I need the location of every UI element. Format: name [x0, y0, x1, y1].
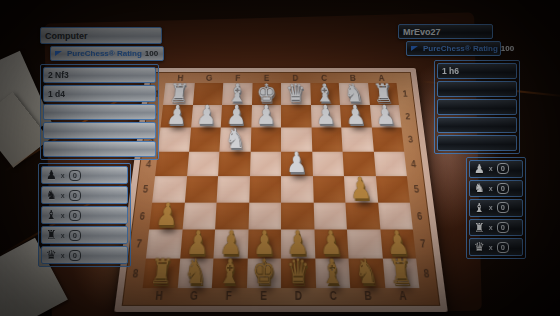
- captured-count: 0: [69, 230, 81, 241]
- file-label: H: [141, 286, 178, 306]
- white-pawn-h2[interactable]: ♟: [165, 102, 188, 128]
- move-entry: [43, 104, 156, 120]
- square-c4[interactable]: [312, 151, 344, 176]
- chess-board: HGFEDCBA1♜♝♚♛♝♞♜12♟♟♟♟♟♟♟23♞34♟45♟56♟67♟…: [132, 28, 430, 316]
- multiply-symbol: x: [489, 165, 493, 172]
- pawn-icon: ♟: [474, 163, 485, 175]
- file-label: A: [385, 286, 422, 306]
- multiply-symbol: x: [489, 185, 493, 192]
- multiply-symbol: x: [489, 204, 493, 211]
- square-f3[interactable]: ♞: [219, 127, 250, 151]
- square-f5[interactable]: [217, 176, 250, 202]
- square-e5[interactable]: [249, 176, 281, 202]
- square-h8[interactable]: ♜: [143, 258, 180, 288]
- multiply-symbol: x: [61, 212, 65, 219]
- multiply-symbol: x: [61, 232, 65, 239]
- multiply-symbol: x: [61, 172, 65, 179]
- move-entry: [437, 117, 517, 133]
- right-captured-tray: ♟x0♞x0♝x0♜x0♛x0: [466, 157, 526, 259]
- right-player-rating-bar: PureChess® Rating 100: [406, 41, 501, 56]
- white-pawn-d4[interactable]: ♟: [286, 148, 308, 176]
- move-text: 1 h6: [442, 66, 459, 76]
- square-c8[interactable]: ♝: [315, 258, 350, 288]
- square-a5[interactable]: [375, 176, 409, 202]
- rook-icon: ♜: [46, 229, 57, 241]
- square-f4[interactable]: [218, 151, 250, 176]
- captured-count: 0: [497, 202, 509, 213]
- knight-icon: ♞: [46, 189, 57, 201]
- black-bishop-c8[interactable]: ♝: [320, 254, 345, 288]
- pawn-icon: ♟: [46, 169, 57, 181]
- captured-pawn-row: ♟x0: [469, 160, 523, 178]
- rook-icon: ♜: [474, 222, 485, 234]
- square-d4[interactable]: ♟: [281, 151, 312, 176]
- square-e8[interactable]: ♚: [246, 258, 281, 288]
- captured-count: 0: [497, 163, 509, 174]
- captured-count: 0: [497, 242, 509, 253]
- white-pawn-e2[interactable]: ♟: [256, 102, 277, 128]
- move-text: 2 Nf3: [48, 70, 69, 80]
- captured-knight-row: ♞x0: [469, 180, 523, 198]
- black-queen-d8[interactable]: ♛: [286, 254, 310, 288]
- file-label: E: [246, 286, 281, 306]
- rating-flag-icon: [411, 46, 418, 51]
- captured-count: 0: [497, 183, 509, 194]
- rating-value: 100: [145, 49, 158, 58]
- black-rook-a8[interactable]: ♜: [387, 254, 414, 288]
- rating-value: 100: [501, 44, 514, 53]
- file-label: B: [350, 286, 386, 306]
- knight-icon: ♞: [474, 182, 485, 194]
- move-entry: [437, 99, 517, 115]
- white-pawn-c2[interactable]: ♟: [315, 102, 336, 128]
- square-g5[interactable]: [184, 176, 218, 202]
- square-h4[interactable]: [155, 151, 189, 176]
- square-b5[interactable]: ♟: [344, 176, 378, 202]
- multiply-symbol: x: [489, 244, 493, 251]
- black-knight-g8[interactable]: ♞: [183, 254, 209, 288]
- frame-corner: [419, 286, 439, 306]
- rating-label: PureChess® Rating: [423, 44, 498, 53]
- square-a8[interactable]: ♜: [382, 258, 419, 288]
- board-apron: HGFEDCBA1♜♝♚♛♝♞♜12♟♟♟♟♟♟♟23♞34♟45♟56♟67♟…: [114, 68, 448, 312]
- captured-count: 0: [69, 170, 81, 181]
- square-h2[interactable]: ♟: [161, 105, 193, 128]
- captured-knight-row: ♞x0: [41, 186, 128, 204]
- square-a4[interactable]: [373, 151, 407, 176]
- move-entry: 1 d4: [43, 85, 156, 101]
- captured-queen-row: ♛x0: [469, 238, 523, 256]
- file-label: F: [211, 286, 247, 306]
- black-pawn-b5[interactable]: ♟: [349, 173, 373, 203]
- square-b8[interactable]: ♞: [349, 258, 385, 288]
- right-player-name-box: MrEvo27: [398, 24, 493, 39]
- move-entry: [437, 135, 517, 151]
- square-e2[interactable]: ♟: [251, 105, 281, 128]
- square-h3[interactable]: [158, 127, 191, 151]
- black-pawn-h6[interactable]: ♟: [154, 199, 179, 230]
- white-pawn-g2[interactable]: ♟: [195, 102, 217, 128]
- move-text: 1 d4: [48, 89, 65, 99]
- square-b2[interactable]: ♟: [340, 105, 371, 128]
- file-label: G: [194, 71, 224, 85]
- move-entry: [43, 122, 156, 138]
- multiply-symbol: x: [61, 252, 65, 259]
- square-a3[interactable]: [371, 127, 404, 151]
- captured-queen-row: ♛x0: [41, 246, 128, 264]
- black-rook-h8[interactable]: ♜: [148, 254, 175, 288]
- square-g2[interactable]: ♟: [191, 105, 222, 128]
- square-a2[interactable]: ♟: [369, 105, 401, 128]
- square-e3[interactable]: [250, 127, 281, 151]
- queen-icon: ♛: [474, 241, 485, 253]
- move-entry: [437, 81, 517, 97]
- captured-pawn-row: ♟x0: [41, 166, 128, 184]
- right-player-name: MrEvo27: [403, 27, 441, 37]
- left-move-list: 2 Nf31 d4: [40, 64, 159, 160]
- rating-label: PureChess® Rating: [67, 49, 142, 58]
- captured-rook-row: ♜x0: [469, 219, 523, 237]
- square-d5[interactable]: [281, 176, 313, 202]
- left-player-name: Computer: [45, 31, 88, 41]
- bishop-icon: ♝: [474, 202, 485, 214]
- move-entry: 1 h6: [437, 63, 517, 79]
- square-h6[interactable]: ♟: [149, 202, 184, 229]
- left-player-rating-bar: PureChess® Rating 100: [50, 46, 164, 61]
- queen-icon: ♛: [46, 249, 57, 261]
- file-label: C: [316, 286, 352, 306]
- square-b3[interactable]: [341, 127, 373, 151]
- square-c2[interactable]: ♟: [310, 105, 341, 128]
- captured-count: 0: [69, 250, 81, 261]
- square-d8[interactable]: ♛: [281, 258, 316, 288]
- square-f8[interactable]: ♝: [212, 258, 247, 288]
- white-pawn-a2[interactable]: ♟: [374, 102, 397, 128]
- bishop-icon: ♝: [46, 209, 57, 221]
- black-bishop-f8[interactable]: ♝: [217, 254, 242, 288]
- square-c5[interactable]: [312, 176, 345, 202]
- white-queen-d1[interactable]: ♛: [286, 80, 306, 105]
- file-label: D: [281, 286, 316, 306]
- captured-count: 0: [69, 210, 81, 221]
- square-g3[interactable]: [189, 127, 221, 151]
- square-b6[interactable]: [345, 202, 379, 229]
- left-player-name-box: Computer: [40, 27, 162, 44]
- move-entry: 2 Nf3: [43, 67, 156, 83]
- square-d1[interactable]: ♛: [281, 83, 310, 105]
- square-d2[interactable]: [281, 105, 311, 128]
- file-label: G: [176, 286, 212, 306]
- right-move-list: 1 h6: [434, 60, 520, 154]
- captured-rook-row: ♜x0: [41, 226, 128, 244]
- black-knight-b8[interactable]: ♞: [354, 254, 380, 288]
- black-king-e8[interactable]: ♚: [252, 254, 276, 288]
- move-entry: [43, 141, 156, 157]
- captured-count: 0: [497, 222, 509, 233]
- square-e4[interactable]: [250, 151, 281, 176]
- square-g4[interactable]: [187, 151, 220, 176]
- square-g8[interactable]: ♞: [177, 258, 213, 288]
- frame-corner: [123, 286, 143, 306]
- captured-bishop-row: ♝x0: [469, 199, 523, 217]
- white-knight-f3[interactable]: ♞: [224, 125, 246, 152]
- multiply-symbol: x: [489, 224, 493, 231]
- left-captured-tray: ♟x0♞x0♝x0♜x0♛x0: [38, 163, 131, 267]
- board-frame: HGFEDCBA1♜♝♚♛♝♞♜12♟♟♟♟♟♟♟23♞34♟45♟56♟67♟…: [122, 72, 441, 306]
- captured-count: 0: [69, 190, 81, 201]
- multiply-symbol: x: [61, 192, 65, 199]
- captured-bishop-row: ♝x0: [41, 206, 128, 224]
- rating-flag-icon: [55, 51, 62, 56]
- white-pawn-b2[interactable]: ♟: [344, 102, 366, 128]
- square-c3[interactable]: [311, 127, 342, 151]
